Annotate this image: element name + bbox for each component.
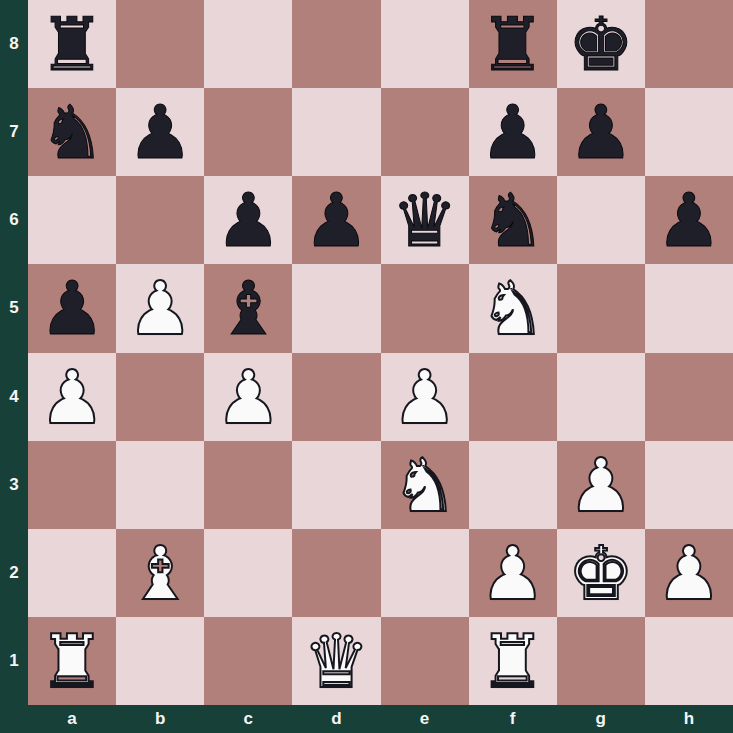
black-rook-f8[interactable]: ♜: [480, 7, 546, 81]
square-h3[interactable]: [645, 441, 733, 529]
white-knight-e3[interactable]: ♞: [391, 448, 457, 522]
rank-label-3: 3: [0, 441, 28, 529]
square-a4[interactable]: ♟: [28, 353, 116, 441]
black-pawn-g7[interactable]: ♟: [568, 95, 634, 169]
square-c1[interactable]: [204, 617, 292, 705]
frame-corner: [0, 705, 28, 733]
white-pawn-g3[interactable]: ♟: [568, 448, 634, 522]
square-d4[interactable]: [292, 353, 380, 441]
square-b8[interactable]: [116, 0, 204, 88]
white-pawn-a4[interactable]: ♟: [39, 360, 105, 434]
black-knight-f6[interactable]: ♞: [480, 183, 546, 257]
square-a6[interactable]: [28, 176, 116, 264]
white-queen-d1[interactable]: ♛: [303, 624, 369, 698]
white-pawn-c4[interactable]: ♟: [215, 360, 281, 434]
square-c3[interactable]: [204, 441, 292, 529]
rank-label-8: 8: [0, 0, 28, 88]
square-a7[interactable]: ♞: [28, 88, 116, 176]
square-e4[interactable]: ♟: [381, 353, 469, 441]
square-g5[interactable]: [557, 264, 645, 352]
white-bishop-b2[interactable]: ♝: [127, 536, 193, 610]
square-d8[interactable]: [292, 0, 380, 88]
black-king-g8[interactable]: ♚: [568, 7, 634, 81]
board: ♜♜♚♞♟♟♟♟♟♛♞♟♟♟♝♞♟♟♟♞♟♝♟♚♟♜♛♜: [28, 0, 733, 705]
rank-labels: 87654321: [0, 0, 28, 705]
black-pawn-c6[interactable]: ♟: [215, 183, 281, 257]
square-b7[interactable]: ♟: [116, 88, 204, 176]
square-f6[interactable]: ♞: [469, 176, 557, 264]
rank-label-1: 1: [0, 617, 28, 705]
square-e2[interactable]: [381, 529, 469, 617]
square-a3[interactable]: [28, 441, 116, 529]
square-a2[interactable]: [28, 529, 116, 617]
square-b6[interactable]: [116, 176, 204, 264]
square-a8[interactable]: ♜: [28, 0, 116, 88]
square-e1[interactable]: [381, 617, 469, 705]
black-pawn-d6[interactable]: ♟: [303, 183, 369, 257]
square-b3[interactable]: [116, 441, 204, 529]
square-h8[interactable]: [645, 0, 733, 88]
square-g2[interactable]: ♚: [557, 529, 645, 617]
square-b5[interactable]: ♟: [116, 264, 204, 352]
square-f3[interactable]: [469, 441, 557, 529]
white-pawn-h2[interactable]: ♟: [656, 536, 722, 610]
black-pawn-h6[interactable]: ♟: [656, 183, 722, 257]
square-c8[interactable]: [204, 0, 292, 88]
black-pawn-f7[interactable]: ♟: [480, 95, 546, 169]
square-d7[interactable]: [292, 88, 380, 176]
square-c5[interactable]: ♝: [204, 264, 292, 352]
square-e6[interactable]: ♛: [381, 176, 469, 264]
square-e8[interactable]: [381, 0, 469, 88]
square-c7[interactable]: [204, 88, 292, 176]
white-pawn-b5[interactable]: ♟: [127, 271, 193, 345]
white-pawn-e4[interactable]: ♟: [391, 360, 457, 434]
square-f1[interactable]: ♜: [469, 617, 557, 705]
square-h2[interactable]: ♟: [645, 529, 733, 617]
white-pawn-f2[interactable]: ♟: [480, 536, 546, 610]
square-e7[interactable]: [381, 88, 469, 176]
square-g3[interactable]: ♟: [557, 441, 645, 529]
black-pawn-b7[interactable]: ♟: [127, 95, 193, 169]
white-king-g2[interactable]: ♚: [568, 536, 634, 610]
square-h6[interactable]: ♟: [645, 176, 733, 264]
rank-label-7: 7: [0, 88, 28, 176]
square-f7[interactable]: ♟: [469, 88, 557, 176]
rank-label-5: 5: [0, 264, 28, 352]
rank-label-6: 6: [0, 176, 28, 264]
file-labels: abcdefgh: [28, 705, 733, 733]
black-knight-a7[interactable]: ♞: [39, 95, 105, 169]
square-a1[interactable]: ♜: [28, 617, 116, 705]
file-label-h: h: [645, 705, 733, 733]
black-bishop-c5[interactable]: ♝: [215, 271, 281, 345]
square-d5[interactable]: [292, 264, 380, 352]
square-c6[interactable]: ♟: [204, 176, 292, 264]
square-d1[interactable]: ♛: [292, 617, 380, 705]
square-h5[interactable]: [645, 264, 733, 352]
white-knight-f5[interactable]: ♞: [480, 271, 546, 345]
square-d3[interactable]: [292, 441, 380, 529]
black-queen-e6[interactable]: ♛: [391, 183, 457, 257]
square-d2[interactable]: [292, 529, 380, 617]
white-rook-f1[interactable]: ♜: [480, 624, 546, 698]
file-label-e: e: [381, 705, 469, 733]
square-c2[interactable]: [204, 529, 292, 617]
square-g7[interactable]: ♟: [557, 88, 645, 176]
square-d6[interactable]: ♟: [292, 176, 380, 264]
square-c4[interactable]: ♟: [204, 353, 292, 441]
square-f2[interactable]: ♟: [469, 529, 557, 617]
square-g1[interactable]: [557, 617, 645, 705]
white-rook-a1[interactable]: ♜: [39, 624, 105, 698]
file-label-a: a: [28, 705, 116, 733]
black-rook-a8[interactable]: ♜: [39, 7, 105, 81]
square-h7[interactable]: [645, 88, 733, 176]
square-f8[interactable]: ♜: [469, 0, 557, 88]
square-a5[interactable]: ♟: [28, 264, 116, 352]
file-label-f: f: [469, 705, 557, 733]
file-label-b: b: [116, 705, 204, 733]
square-g8[interactable]: ♚: [557, 0, 645, 88]
square-e3[interactable]: ♞: [381, 441, 469, 529]
square-b2[interactable]: ♝: [116, 529, 204, 617]
file-label-g: g: [557, 705, 645, 733]
square-f4[interactable]: [469, 353, 557, 441]
rank-label-2: 2: [0, 529, 28, 617]
file-label-c: c: [204, 705, 292, 733]
square-h4[interactable]: [645, 353, 733, 441]
square-e5[interactable]: [381, 264, 469, 352]
square-h1[interactable]: [645, 617, 733, 705]
file-label-d: d: [292, 705, 380, 733]
square-g6[interactable]: [557, 176, 645, 264]
square-b4[interactable]: [116, 353, 204, 441]
square-b1[interactable]: [116, 617, 204, 705]
square-f5[interactable]: ♞: [469, 264, 557, 352]
square-g4[interactable]: [557, 353, 645, 441]
rank-label-4: 4: [0, 353, 28, 441]
black-pawn-a5[interactable]: ♟: [39, 271, 105, 345]
chessboard-frame: 87654321 ♜♜♚♞♟♟♟♟♟♛♞♟♟♟♝♞♟♟♟♞♟♝♟♚♟♜♛♜ ab…: [0, 0, 733, 733]
